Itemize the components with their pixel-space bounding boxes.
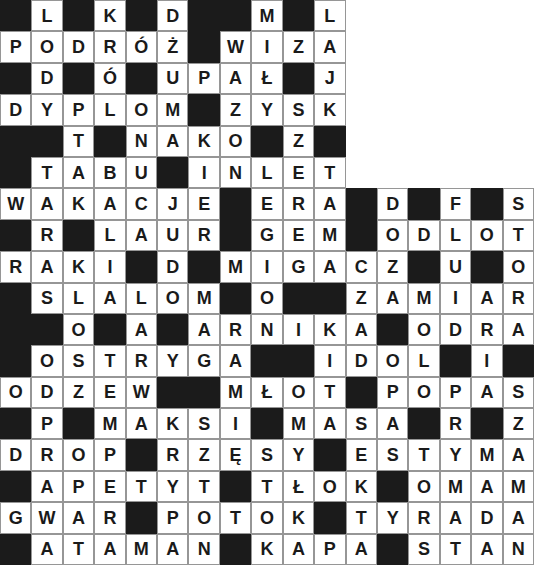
void-area [440, 157, 471, 188]
letter-cell[interactable]: M [94, 408, 125, 439]
letter-cell[interactable]: A [220, 345, 251, 376]
black-cell [283, 63, 314, 94]
letter-cell[interactable]: A [314, 31, 345, 62]
letter-cell[interactable]: S [346, 408, 377, 439]
letter-cell[interactable]: I [314, 345, 345, 376]
letter-cell[interactable]: E [283, 157, 314, 188]
letter-cell[interactable]: A [314, 188, 345, 219]
black-cell [94, 126, 125, 157]
void-area [471, 126, 502, 157]
black-cell [0, 220, 31, 251]
letter-cell[interactable]: R [31, 439, 62, 470]
letter-cell[interactable]: P [157, 502, 188, 533]
letter-cell[interactable]: R [157, 439, 188, 470]
void-area [471, 157, 502, 188]
letter-cell[interactable]: Z [377, 251, 408, 282]
letter-cell[interactable]: A [31, 188, 62, 219]
letter-cell[interactable]: D [440, 314, 471, 345]
letter-cell[interactable]: P [63, 94, 94, 125]
letter-cell[interactable]: M [503, 471, 534, 502]
letter-cell[interactable]: K [63, 188, 94, 219]
letter-cell[interactable]: W [220, 31, 251, 62]
black-cell [314, 502, 345, 533]
letter-cell[interactable]: A [471, 283, 502, 314]
black-cell [157, 314, 188, 345]
letter-cell[interactable]: T [314, 157, 345, 188]
letter-cell[interactable]: M [220, 377, 251, 408]
letter-cell[interactable]: T [314, 377, 345, 408]
letter-cell[interactable]: A [220, 63, 251, 94]
letter-cell[interactable]: D [31, 63, 62, 94]
letter-cell[interactable]: D [0, 94, 31, 125]
letter-cell[interactable]: T [126, 471, 157, 502]
black-cell [126, 63, 157, 94]
letter-cell[interactable]: Z [220, 94, 251, 125]
letter-cell[interactable]: S [377, 439, 408, 470]
letter-cell[interactable]: O [377, 220, 408, 251]
black-cell [471, 188, 502, 219]
letter-cell[interactable]: J [157, 188, 188, 219]
letter-cell[interactable]: P [440, 377, 471, 408]
letter-cell[interactable]: K [283, 502, 314, 533]
letter-cell[interactable]: K [346, 471, 377, 502]
black-cell [0, 408, 31, 439]
letter-cell[interactable]: K [157, 408, 188, 439]
letter-cell[interactable]: Ł [283, 471, 314, 502]
letter-cell[interactable]: M [283, 408, 314, 439]
void-area [408, 126, 439, 157]
letter-cell[interactable]: R [283, 188, 314, 219]
letter-cell[interactable]: R [440, 408, 471, 439]
letter-cell[interactable]: O [408, 377, 439, 408]
letter-cell[interactable]: J [314, 63, 345, 94]
letter-cell[interactable]: M [314, 220, 345, 251]
black-cell [251, 408, 282, 439]
letter-cell[interactable]: O [157, 283, 188, 314]
black-cell [0, 63, 31, 94]
letter-cell[interactable]: P [314, 534, 345, 565]
letter-cell[interactable]: A [283, 534, 314, 565]
letter-cell[interactable]: M [126, 534, 157, 565]
black-cell [63, 220, 94, 251]
letter-cell[interactable]: M [408, 283, 439, 314]
letter-cell[interactable]: R [94, 31, 125, 62]
letter-cell[interactable]: A [31, 534, 62, 565]
void-area [408, 31, 439, 62]
letter-cell[interactable]: A [126, 408, 157, 439]
letter-cell[interactable]: T [94, 345, 125, 376]
void-area [440, 63, 471, 94]
black-cell [471, 408, 502, 439]
letter-cell[interactable]: Ó [126, 31, 157, 62]
letter-cell[interactable]: A [126, 314, 157, 345]
black-cell [283, 283, 314, 314]
letter-cell[interactable]: M [251, 0, 282, 31]
letter-cell[interactable]: O [503, 251, 534, 282]
letter-cell[interactable]: E [346, 439, 377, 470]
letter-cell[interactable]: T [188, 471, 219, 502]
letter-cell[interactable]: A [157, 534, 188, 565]
void-area [377, 157, 408, 188]
black-cell [220, 188, 251, 219]
letter-cell[interactable]: Y [377, 502, 408, 533]
letter-cell[interactable]: Y [157, 345, 188, 376]
void-area [377, 0, 408, 31]
letter-cell[interactable]: Ł [251, 63, 282, 94]
black-cell [126, 439, 157, 470]
letter-cell[interactable]: M [440, 471, 471, 502]
letter-cell[interactable]: G [283, 251, 314, 282]
black-cell [377, 314, 408, 345]
void-area [503, 0, 534, 31]
letter-cell[interactable]: R [94, 502, 125, 533]
letter-cell[interactable]: T [63, 126, 94, 157]
void-area [440, 94, 471, 125]
letter-cell[interactable]: D [157, 251, 188, 282]
letter-cell[interactable]: A [440, 502, 471, 533]
black-cell [0, 471, 31, 502]
letter-cell[interactable]: U [126, 157, 157, 188]
letter-cell[interactable]: L [94, 220, 125, 251]
letter-cell[interactable]: S [283, 94, 314, 125]
letter-cell[interactable]: S [503, 377, 534, 408]
letter-cell[interactable]: M [188, 283, 219, 314]
letter-cell[interactable]: D [63, 31, 94, 62]
letter-cell[interactable]: Z [346, 283, 377, 314]
letter-cell[interactable]: O [63, 439, 94, 470]
letter-cell[interactable]: I [220, 408, 251, 439]
void-area [377, 31, 408, 62]
letter-cell[interactable]: O [408, 471, 439, 502]
letter-cell[interactable]: S [408, 534, 439, 565]
black-cell [346, 220, 377, 251]
letter-cell[interactable]: A [188, 314, 219, 345]
void-area [471, 63, 502, 94]
letter-cell[interactable]: O [0, 377, 31, 408]
void-area [503, 126, 534, 157]
letter-cell[interactable]: O [251, 502, 282, 533]
letter-cell[interactable]: O [220, 126, 251, 157]
letter-cell[interactable]: A [471, 377, 502, 408]
letter-cell[interactable]: O [188, 502, 219, 533]
black-cell [188, 31, 219, 62]
letter-cell[interactable]: P [377, 377, 408, 408]
letter-cell[interactable]: A [377, 283, 408, 314]
letter-cell[interactable]: T [63, 534, 94, 565]
letter-cell[interactable]: R [503, 283, 534, 314]
letter-cell[interactable]: A [503, 439, 534, 470]
letter-cell[interactable]: A [157, 126, 188, 157]
void-area [377, 63, 408, 94]
letter-cell[interactable]: O [63, 314, 94, 345]
black-cell [0, 345, 31, 376]
black-cell [0, 314, 31, 345]
letter-cell[interactable]: G [251, 220, 282, 251]
letter-cell[interactable]: Z [283, 31, 314, 62]
void-area [408, 157, 439, 188]
black-cell [126, 0, 157, 31]
letter-cell[interactable]: R [31, 220, 62, 251]
letter-cell[interactable]: N [251, 314, 282, 345]
letter-cell[interactable]: A [314, 408, 345, 439]
letter-cell[interactable]: R [188, 220, 219, 251]
black-cell [0, 126, 31, 157]
black-cell [31, 126, 62, 157]
letter-cell[interactable]: S [188, 408, 219, 439]
letter-cell[interactable]: O [471, 220, 502, 251]
letter-cell[interactable]: W [31, 502, 62, 533]
letter-cell[interactable]: I [94, 251, 125, 282]
void-area [408, 94, 439, 125]
letter-cell[interactable]: Y [440, 439, 471, 470]
black-cell [157, 157, 188, 188]
letter-cell[interactable]: P [31, 408, 62, 439]
black-cell [346, 188, 377, 219]
black-cell [0, 534, 31, 565]
crossword-board: LKDMLPODRÓŻWIZADÓUPAŁJDYPLOMZYSKTNAKOZTA… [0, 0, 534, 565]
letter-cell[interactable]: Ę [220, 439, 251, 470]
letter-cell[interactable]: W [0, 188, 31, 219]
letter-cell[interactable]: T [220, 502, 251, 533]
letter-cell[interactable]: I [188, 157, 219, 188]
letter-cell[interactable]: R [126, 345, 157, 376]
black-cell [314, 439, 345, 470]
black-cell [220, 283, 251, 314]
black-cell [283, 0, 314, 31]
letter-cell[interactable]: Z [283, 126, 314, 157]
black-cell [220, 471, 251, 502]
letter-cell[interactable]: O [31, 31, 62, 62]
letter-cell[interactable]: A [94, 534, 125, 565]
black-cell [283, 345, 314, 376]
letter-cell[interactable]: P [0, 31, 31, 62]
black-cell [408, 408, 439, 439]
letter-cell[interactable]: D [408, 220, 439, 251]
black-cell [63, 408, 94, 439]
black-cell [188, 94, 219, 125]
letter-cell[interactable]: O [31, 345, 62, 376]
void-area [503, 94, 534, 125]
letter-cell[interactable]: A [31, 251, 62, 282]
letter-cell[interactable]: R [471, 314, 502, 345]
letter-cell[interactable]: Z [503, 408, 534, 439]
letter-cell[interactable]: L [440, 220, 471, 251]
black-cell [126, 251, 157, 282]
black-cell [408, 188, 439, 219]
letter-cell[interactable]: T [31, 157, 62, 188]
letter-cell[interactable]: A [346, 314, 377, 345]
letter-cell[interactable]: O [377, 345, 408, 376]
letter-cell[interactable]: E [251, 188, 282, 219]
black-cell [0, 0, 31, 31]
letter-cell[interactable]: L [408, 345, 439, 376]
letter-cell[interactable]: A [503, 314, 534, 345]
black-cell [251, 345, 282, 376]
letter-cell[interactable]: A [94, 188, 125, 219]
letter-cell[interactable]: M [157, 94, 188, 125]
letter-cell[interactable]: I [471, 345, 502, 376]
letter-cell[interactable]: G [0, 502, 31, 533]
crossword-page: LKDMLPODRÓŻWIZADÓUPAŁJDYPLOMZYSKTNAKOZTA… [0, 0, 534, 565]
letter-cell[interactable]: C [126, 188, 157, 219]
letter-cell[interactable]: S [251, 439, 282, 470]
void-area [346, 94, 377, 125]
letter-cell[interactable]: Z [63, 377, 94, 408]
letter-cell[interactable]: M [220, 251, 251, 282]
letter-cell[interactable]: A [503, 502, 534, 533]
letter-cell[interactable]: N [503, 534, 534, 565]
letter-cell[interactable]: U [157, 63, 188, 94]
letter-cell[interactable]: S [503, 188, 534, 219]
black-cell [220, 220, 251, 251]
letter-cell[interactable]: A [31, 471, 62, 502]
letter-cell[interactable]: E [94, 471, 125, 502]
letter-cell[interactable]: Y [157, 471, 188, 502]
letter-cell[interactable]: A [377, 408, 408, 439]
black-cell [220, 0, 251, 31]
letter-cell[interactable]: E [283, 220, 314, 251]
letter-cell[interactable]: I [251, 31, 282, 62]
black-cell [157, 377, 188, 408]
letter-cell[interactable]: B [94, 157, 125, 188]
letter-cell[interactable]: O [251, 283, 282, 314]
letter-cell[interactable]: K [251, 534, 282, 565]
black-cell [63, 0, 94, 31]
letter-cell[interactable]: L [314, 0, 345, 31]
letter-cell[interactable]: D [31, 377, 62, 408]
letter-cell[interactable]: K [94, 0, 125, 31]
letter-cell[interactable]: A [471, 471, 502, 502]
letter-cell[interactable]: A [314, 251, 345, 282]
letter-cell[interactable]: Y [251, 94, 282, 125]
letter-cell[interactable]: Ó [94, 63, 125, 94]
black-cell [126, 502, 157, 533]
letter-cell[interactable]: N [188, 534, 219, 565]
letter-cell[interactable]: W [126, 377, 157, 408]
letter-cell[interactable]: D [346, 345, 377, 376]
void-area [503, 157, 534, 188]
void-area [377, 126, 408, 157]
letter-cell[interactable]: D [0, 439, 31, 470]
letter-cell[interactable]: O [408, 314, 439, 345]
void-area [471, 0, 502, 31]
letter-cell[interactable]: E [94, 377, 125, 408]
letter-cell[interactable]: R [0, 251, 31, 282]
void-area [346, 0, 377, 31]
letter-cell[interactable]: Y [31, 94, 62, 125]
letter-cell[interactable]: P [188, 63, 219, 94]
void-area [408, 0, 439, 31]
letter-cell[interactable]: S [63, 345, 94, 376]
black-cell [503, 345, 534, 376]
letter-cell[interactable]: R [220, 314, 251, 345]
letter-cell[interactable]: E [188, 188, 219, 219]
letter-cell[interactable]: K [314, 314, 345, 345]
void-area [440, 126, 471, 157]
letter-cell[interactable]: T [440, 534, 471, 565]
letter-cell[interactable]: A [63, 502, 94, 533]
letter-cell[interactable]: Z [188, 439, 219, 470]
letter-cell[interactable]: I [283, 314, 314, 345]
letter-cell[interactable]: K [314, 94, 345, 125]
letter-cell[interactable]: K [188, 126, 219, 157]
letter-cell[interactable]: D [157, 0, 188, 31]
black-cell [408, 251, 439, 282]
black-cell [377, 471, 408, 502]
black-cell [220, 534, 251, 565]
letter-cell[interactable]: Y [283, 439, 314, 470]
black-cell [188, 251, 219, 282]
void-area [346, 157, 377, 188]
letter-cell[interactable]: T [251, 471, 282, 502]
letter-cell[interactable]: L [31, 0, 62, 31]
black-cell [251, 126, 282, 157]
letter-cell[interactable]: Ż [157, 31, 188, 62]
black-cell [94, 314, 125, 345]
letter-cell[interactable]: A [63, 157, 94, 188]
letter-cell[interactable]: A [126, 220, 157, 251]
letter-cell[interactable]: I [251, 251, 282, 282]
letter-cell[interactable]: L [126, 283, 157, 314]
letter-cell[interactable]: N [126, 126, 157, 157]
letter-cell[interactable]: U [440, 251, 471, 282]
black-cell [314, 283, 345, 314]
black-cell [188, 377, 219, 408]
letter-cell[interactable]: A [94, 283, 125, 314]
letter-cell[interactable]: T [408, 439, 439, 470]
black-cell [0, 283, 31, 314]
letter-cell[interactable]: N [220, 157, 251, 188]
letter-cell[interactable]: S [31, 283, 62, 314]
black-cell [440, 345, 471, 376]
black-cell [377, 534, 408, 565]
letter-cell[interactable]: U [157, 220, 188, 251]
void-area [377, 94, 408, 125]
letter-cell[interactable]: T [503, 220, 534, 251]
letter-cell[interactable]: I [440, 283, 471, 314]
letter-cell[interactable]: O [283, 377, 314, 408]
void-area [346, 63, 377, 94]
void-area [408, 63, 439, 94]
letter-cell[interactable]: A [346, 534, 377, 565]
letter-cell[interactable]: C [346, 251, 377, 282]
letter-cell[interactable]: A [471, 534, 502, 565]
black-cell [0, 157, 31, 188]
letter-cell[interactable]: P [94, 439, 125, 470]
letter-cell[interactable]: L [94, 94, 125, 125]
letter-cell[interactable]: O [314, 471, 345, 502]
letter-cell[interactable]: D [471, 502, 502, 533]
letter-cell[interactable]: L [251, 157, 282, 188]
letter-cell[interactable]: O [126, 94, 157, 125]
letter-cell[interactable]: F [440, 188, 471, 219]
letter-cell[interactable]: T [346, 502, 377, 533]
letter-cell[interactable]: D [377, 188, 408, 219]
black-cell [188, 0, 219, 31]
void-area [471, 94, 502, 125]
letter-cell[interactable]: L [63, 283, 94, 314]
letter-cell[interactable]: Ł [251, 377, 282, 408]
letter-cell[interactable]: M [471, 439, 502, 470]
letter-cell[interactable]: P [63, 471, 94, 502]
void-area [440, 0, 471, 31]
letter-cell[interactable]: G [188, 345, 219, 376]
letter-cell[interactable]: K [63, 251, 94, 282]
black-cell [314, 126, 345, 157]
black-cell [31, 314, 62, 345]
letter-cell[interactable]: R [408, 502, 439, 533]
void-area [503, 31, 534, 62]
